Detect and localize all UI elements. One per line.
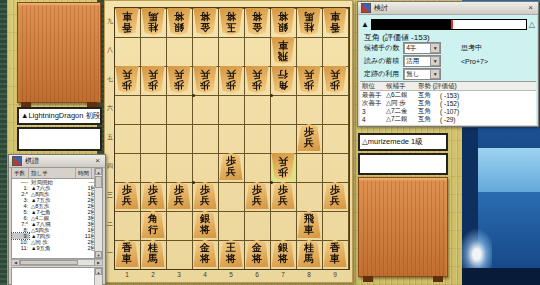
file-label: 4	[192, 269, 218, 279]
kifu-comment-box[interactable]: ▲ ▼	[11, 267, 103, 285]
shogi-piece-桂馬[interactable]: 桂馬	[297, 240, 321, 267]
comment-scrollbar[interactable]: ▲ ▼	[94, 268, 102, 285]
tatami-edge-left	[0, 0, 7, 285]
shogi-piece-飛車[interactable]: 飛車	[271, 37, 295, 64]
hoshi-dot	[192, 94, 195, 97]
rank-label: 一	[106, 239, 114, 268]
shogi-piece-歩兵[interactable]: 歩兵	[323, 182, 347, 209]
rank-label: 二	[106, 210, 114, 239]
shogi-piece-歩兵[interactable]: 歩兵	[219, 66, 243, 93]
wallpaper-bottom-band	[462, 268, 540, 285]
rank-label: 九	[106, 7, 114, 36]
komadai-leg	[433, 276, 443, 282]
sente-name-plate: ▲LightningDragon 初段?	[17, 107, 102, 125]
shogi-piece-銀将[interactable]: 銀将	[193, 211, 217, 238]
sente-name: ▲LightningDragon 初段?	[21, 111, 102, 121]
sente-clock-box	[17, 127, 102, 151]
file-label: 5	[218, 269, 244, 279]
shogi-piece-銀将[interactable]: 銀将	[271, 240, 295, 267]
file-label: 6	[244, 269, 270, 279]
shogi-piece-歩兵[interactable]: 歩兵	[115, 182, 139, 209]
close-icon[interactable]: ×	[526, 4, 535, 12]
engine-status: 思考中	[461, 43, 482, 53]
candidates-count-select[interactable]: 4手 ▼	[403, 42, 441, 54]
kifu-vertical-scrollbar[interactable]: ▲ ▼	[94, 168, 102, 258]
shogi-piece-桂馬[interactable]: 桂馬	[141, 8, 165, 35]
sente-mark: ▲	[361, 20, 369, 30]
file-label: 2	[140, 269, 166, 279]
shogi-piece-金将[interactable]: 金将	[245, 240, 269, 267]
shogi-piece-歩兵[interactable]: 歩兵	[245, 66, 269, 93]
shogi-app-screen: ▲LightningDragon 初段? △murizemede 1級 九八七六…	[0, 0, 540, 285]
kifu-row[interactable]: 11:▲9五角2秒	[12, 245, 102, 251]
rank-label: 七	[106, 65, 114, 94]
kifu-window: 棋譜 × 手数 指し手 時間 ----対局開始----1:▲7六歩1秒2:*△8…	[8, 154, 106, 285]
file-label: 1	[114, 269, 140, 279]
kifu-col-time: 時間	[76, 168, 92, 178]
scrollbar-thumb[interactable]	[95, 176, 102, 188]
shogi-piece-歩兵[interactable]: 歩兵	[271, 153, 295, 180]
chevron-down-icon[interactable]: ▼	[430, 56, 440, 66]
hoshi-dot	[270, 181, 273, 184]
kifu-col-number: 手数	[12, 168, 29, 178]
chevron-down-icon[interactable]: ▼	[430, 69, 440, 79]
shogi-piece-角行[interactable]: 角行	[141, 211, 165, 238]
kifu-list-header: 手数 指し手 時間	[12, 168, 102, 179]
gote-mark: △	[529, 20, 535, 30]
scroll-down-icon[interactable]: ▼	[95, 251, 102, 258]
file-label: 7	[270, 269, 296, 279]
wallpaper-light-panel	[478, 148, 540, 192]
shogi-piece-歩兵[interactable]: 歩兵	[245, 182, 269, 209]
shogi-piece-銀将[interactable]: 銀将	[167, 8, 191, 35]
candidate-moves-table[interactable]: 順位 候補手 形勢 (評価値) 最善手△6二銀互角( -153)次善手△同 歩互…	[360, 81, 536, 125]
shogi-piece-歩兵[interactable]: 歩兵	[115, 66, 139, 93]
file-label: 8	[296, 269, 322, 279]
control-label: 候補手の数	[364, 43, 399, 53]
shogi-piece-金将[interactable]: 金将	[245, 8, 269, 35]
candidate-row[interactable]: 4△7二銀互角( -29)	[360, 115, 536, 123]
shogi-piece-角行[interactable]: 角行	[271, 66, 295, 93]
komadai-leg	[363, 276, 373, 282]
analysis-window: 検討 × ▲ △ 互角 (評価値 -153) 候補手の数 4手 ▼ 思考中	[357, 1, 539, 127]
shogi-board[interactable]: 九八七六五四三二一123456789香車桂馬銀将金将玉将金将銀将桂馬香車飛車歩兵…	[104, 0, 353, 283]
shogi-piece-歩兵[interactable]: 歩兵	[219, 153, 243, 180]
rank-label: 六	[106, 94, 114, 123]
kifu-move-list[interactable]: 手数 指し手 時間 ----対局開始----1:▲7六歩1秒2:*△8四歩1秒3…	[11, 167, 103, 259]
scroll-left-icon[interactable]: ◀	[12, 260, 20, 265]
control-label: 定跡の利用	[364, 69, 399, 79]
analysis-window-title: 検討	[374, 3, 388, 13]
shogi-piece-香車[interactable]: 香車	[115, 240, 139, 267]
shogi-piece-歩兵[interactable]: 歩兵	[193, 66, 217, 93]
shogi-piece-桂馬[interactable]: 桂馬	[141, 240, 165, 267]
shogi-piece-玉将[interactable]: 玉将	[219, 8, 243, 35]
shogi-piece-銀将[interactable]: 銀将	[271, 8, 295, 35]
close-icon[interactable]: ×	[93, 157, 102, 165]
chevron-down-icon[interactable]: ▼	[430, 43, 440, 53]
gote-name: △murizemede 1級	[362, 137, 423, 147]
app-icon	[361, 3, 371, 13]
control-row-reading: 読みの蓄積 活用 ▼ <Pro+7>	[364, 55, 441, 67]
shogi-piece-歩兵[interactable]: 歩兵	[167, 182, 191, 209]
file-label: 3	[166, 269, 192, 279]
sente-komadai	[17, 2, 101, 103]
scroll-up-icon[interactable]: ▲	[95, 268, 102, 275]
kifu-rows: ----対局開始----1:▲7六歩1秒2:*△8四歩1秒3:▲7五歩2秒4:△…	[12, 179, 102, 251]
candidate-rows: 最善手△6二銀互角( -153)次善手△同 歩互角( -152)3△7二金互角(…	[360, 91, 536, 123]
control-row-candidates: 候補手の数 4手 ▼ 思考中	[364, 42, 441, 54]
kifu-window-title: 棋譜	[25, 156, 39, 166]
control-row-joseki: 定跡の利用 無し ▼	[364, 68, 441, 80]
shogi-piece-金将[interactable]: 金将	[193, 8, 217, 35]
eval-bar-fill	[372, 20, 452, 29]
eval-bar	[371, 19, 527, 30]
scroll-up-icon[interactable]: ▲	[95, 168, 102, 175]
shogi-piece-歩兵[interactable]: 歩兵	[297, 66, 321, 93]
gote-komadai	[358, 177, 448, 277]
kifu-col-move: 指し手	[29, 168, 76, 178]
shogi-piece-王将[interactable]: 王将	[219, 240, 243, 267]
shogi-piece-香車[interactable]: 香車	[323, 240, 347, 267]
rank-label: 三	[106, 181, 114, 210]
shogi-piece-歩兵[interactable]: 歩兵	[193, 182, 217, 209]
gote-name-plate: △murizemede 1級	[358, 133, 448, 151]
eval-bar-marker	[451, 20, 453, 29]
app-icon	[12, 156, 22, 166]
eval-bar-row: ▲ △	[361, 19, 535, 30]
shogi-piece-歩兵[interactable]: 歩兵	[271, 182, 295, 209]
shogi-piece-金将[interactable]: 金将	[193, 240, 217, 267]
rank-label: 四	[106, 152, 114, 181]
shogi-piece-歩兵[interactable]: 歩兵	[167, 66, 191, 93]
gote-clock-box	[358, 153, 448, 175]
shogi-piece-歩兵[interactable]: 歩兵	[323, 66, 347, 93]
control-label: 読みの蓄積	[364, 56, 399, 66]
shogi-piece-香車[interactable]: 香車	[115, 8, 139, 35]
kifu-horizontal-scrollbar[interactable]: ◀ ▶	[11, 259, 103, 266]
hoshi-dot	[270, 94, 273, 97]
analysis-content: ▲ △ 互角 (評価値 -153) 候補手の数 4手 ▼ 思考中 読みの蓄積	[359, 15, 537, 125]
shogi-piece-歩兵[interactable]: 歩兵	[297, 124, 321, 151]
hoshi-dot	[192, 181, 195, 184]
scroll-right-icon[interactable]: ▶	[94, 260, 102, 265]
shogi-piece-香車[interactable]: 香車	[323, 8, 347, 35]
shogi-piece-桂馬[interactable]: 桂馬	[297, 8, 321, 35]
analysis-titlebar[interactable]: 検討 ×	[358, 2, 538, 15]
shogi-piece-飛車[interactable]: 飛車	[297, 211, 321, 238]
shogi-piece-歩兵[interactable]: 歩兵	[141, 66, 165, 93]
joseki-use-select[interactable]: 無し ▼	[403, 68, 441, 80]
engine-name: <Pro+7>	[461, 58, 488, 65]
rank-label: 五	[106, 123, 114, 152]
file-label: 9	[322, 269, 348, 279]
reading-accumulation-select[interactable]: 活用 ▼	[403, 55, 441, 67]
shogi-piece-歩兵[interactable]: 歩兵	[141, 182, 165, 209]
scrollbar-thumb[interactable]	[20, 260, 78, 265]
rank-label: 八	[106, 36, 114, 65]
